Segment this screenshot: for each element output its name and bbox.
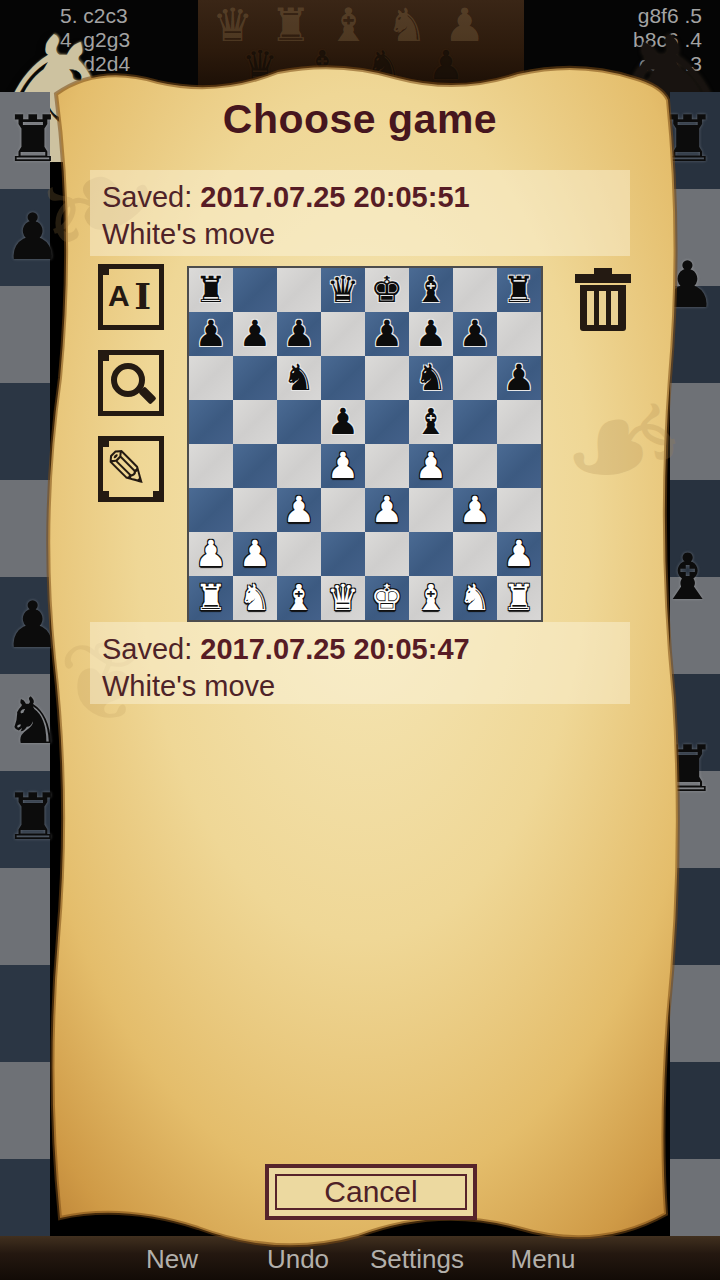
square-h5	[497, 400, 541, 444]
black-knight: ♞	[415, 356, 447, 400]
cancel-button[interactable]: Cancel	[265, 1164, 477, 1220]
corner-tab	[98, 350, 109, 361]
engraved-piece: ♛	[212, 0, 253, 52]
square-g5	[453, 400, 497, 444]
square-e2	[365, 532, 409, 576]
square-g3: ♟	[453, 488, 497, 532]
square-e4	[365, 444, 409, 488]
saved-game-board-thumbnail[interactable]: ♜♛♚♝♜♟♟♟♟♟♟♞♞♟♟♝♟♟♟♟♟♟♟♟♜♞♝♛♚♝♞♜	[187, 266, 543, 622]
square-h6: ♟	[497, 356, 541, 400]
square-e8: ♚	[365, 268, 409, 312]
white-pawn: ♟	[283, 488, 315, 532]
square-c4	[277, 444, 321, 488]
letter-a-glyph: A	[108, 281, 130, 311]
square-e5	[365, 400, 409, 444]
square-g7: ♟	[453, 312, 497, 356]
square-a8: ♜	[189, 268, 233, 312]
square-d1: ♛	[321, 576, 365, 620]
square-h7	[497, 312, 541, 356]
square-b3	[233, 488, 277, 532]
white-knight: ♞	[239, 576, 271, 620]
square-d3	[321, 488, 365, 532]
engraved-piece: ♞	[386, 0, 427, 52]
square-h8: ♜	[497, 268, 541, 312]
square-c1: ♝	[277, 576, 321, 620]
black-pawn: ♟	[371, 312, 403, 356]
square-f1: ♝	[409, 576, 453, 620]
square-f2	[409, 532, 453, 576]
saved-game-entry-1[interactable]: Saved: 2017.07.25 20:05:51 White's move	[90, 170, 630, 256]
white-king: ♚	[371, 576, 403, 620]
black-pawn: ♟	[283, 312, 315, 356]
square-d2	[321, 532, 365, 576]
cancel-label: Cancel	[324, 1175, 417, 1209]
square-g2	[453, 532, 497, 576]
dialog-title: Choose game	[28, 96, 692, 143]
rename-icon[interactable]: A I	[98, 264, 164, 330]
square-b2: ♟	[233, 532, 277, 576]
square-f4: ♟	[409, 444, 453, 488]
square-h3	[497, 488, 541, 532]
square-c3: ♟	[277, 488, 321, 532]
black-knight: ♞	[283, 356, 315, 400]
square-c7: ♟	[277, 312, 321, 356]
square-g6	[453, 356, 497, 400]
engraved-piece: ♜	[270, 0, 311, 52]
square-c2	[277, 532, 321, 576]
trash-can	[580, 285, 626, 331]
square-e3: ♟	[365, 488, 409, 532]
corner-tab	[98, 264, 109, 275]
square-d5: ♟	[321, 400, 365, 444]
black-pawn: ♟	[239, 312, 271, 356]
square-b5	[233, 400, 277, 444]
square-h4	[497, 444, 541, 488]
trash-slot	[599, 291, 606, 325]
square-g8	[453, 268, 497, 312]
trash-lid	[575, 274, 631, 283]
delete-icon[interactable]	[573, 268, 633, 332]
square-d4: ♟	[321, 444, 365, 488]
white-pawn: ♟	[239, 532, 271, 576]
square-f3	[409, 488, 453, 532]
square-f6: ♞	[409, 356, 453, 400]
white-queen: ♛	[327, 576, 359, 620]
black-pawn: ♟	[503, 356, 535, 400]
black-pawn: ♟	[327, 400, 359, 444]
black-pawn: ♟	[195, 312, 227, 356]
saved-timestamp-2: Saved: 2017.07.25 20:05:47	[102, 630, 630, 668]
square-b4	[233, 444, 277, 488]
app-screen: ♛♜♝♞♟♛♝♞♟ 5. c2c34. g2g33. d2d4 g8f6 .5b…	[0, 0, 720, 1280]
black-king: ♚	[371, 268, 403, 312]
saved-timestamp-1: Saved: 2017.07.25 20:05:51	[102, 178, 630, 216]
black-rook: ♜	[503, 268, 535, 312]
square-c6: ♞	[277, 356, 321, 400]
corner-tab	[153, 491, 164, 502]
black-rook: ♜	[195, 268, 227, 312]
square-a6	[189, 356, 233, 400]
square-g1: ♞	[453, 576, 497, 620]
square-d8: ♛	[321, 268, 365, 312]
square-c8	[277, 268, 321, 312]
square-c5	[277, 400, 321, 444]
turn-indicator-1: White's move	[102, 216, 630, 252]
engraved-piece: ♝	[328, 0, 369, 52]
square-b1: ♞	[233, 576, 277, 620]
square-a4	[189, 444, 233, 488]
square-a1: ♜	[189, 576, 233, 620]
preview-icon[interactable]	[98, 350, 164, 416]
square-b6	[233, 356, 277, 400]
choose-game-dialog: ❧ ❧ ❦ Choose game Saved: 2017.07.25 20:0…	[28, 58, 692, 1258]
edit-icon[interactable]: ✎	[98, 436, 164, 502]
magnifier-handle	[138, 386, 156, 404]
square-a3	[189, 488, 233, 532]
white-rook: ♜	[503, 576, 535, 620]
white-knight: ♞	[459, 576, 491, 620]
engraved-piece: ♟	[444, 0, 485, 52]
square-f7: ♟	[409, 312, 453, 356]
white-pawn: ♟	[327, 444, 359, 488]
square-e6	[365, 356, 409, 400]
black-bishop: ♝	[415, 268, 447, 312]
white-pawn: ♟	[459, 488, 491, 532]
square-b8	[233, 268, 277, 312]
trash-slot	[611, 291, 618, 325]
black-pawn: ♟	[415, 312, 447, 356]
square-h1: ♜	[497, 576, 541, 620]
white-pawn: ♟	[415, 444, 447, 488]
square-h2: ♟	[497, 532, 541, 576]
white-pawn: ♟	[503, 532, 535, 576]
black-queen: ♛	[327, 268, 359, 312]
black-pawn: ♟	[459, 312, 491, 356]
saved-game-entry-2[interactable]: Saved: 2017.07.25 20:05:47 White's move	[90, 622, 630, 704]
square-b7: ♟	[233, 312, 277, 356]
square-d7	[321, 312, 365, 356]
square-a7: ♟	[189, 312, 233, 356]
square-a2: ♟	[189, 532, 233, 576]
turn-indicator-2: White's move	[102, 668, 630, 704]
white-pawn: ♟	[195, 532, 227, 576]
text-cursor-glyph: I	[134, 277, 151, 315]
white-bishop: ♝	[283, 576, 315, 620]
white-rook: ♜	[195, 576, 227, 620]
white-pawn: ♟	[371, 488, 403, 532]
square-e1: ♚	[365, 576, 409, 620]
square-g4	[453, 444, 497, 488]
black-bishop: ♝	[415, 400, 447, 444]
square-f8: ♝	[409, 268, 453, 312]
square-e7: ♟	[365, 312, 409, 356]
square-a5	[189, 400, 233, 444]
white-bishop: ♝	[415, 576, 447, 620]
trash-slot	[587, 291, 594, 325]
floral-flourish: ❧	[540, 345, 706, 546]
square-f5: ♝	[409, 400, 453, 444]
square-d6	[321, 356, 365, 400]
pencil-glyph: ✎	[105, 443, 149, 495]
